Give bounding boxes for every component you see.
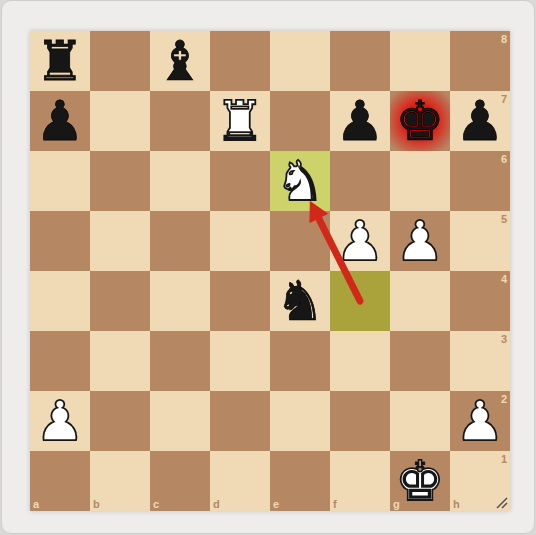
square-e6[interactable]: ♞: [270, 151, 330, 211]
square-c7[interactable]: [150, 91, 210, 151]
file-label-a: a: [33, 498, 39, 510]
file-label-d: d: [213, 498, 220, 510]
square-a1[interactable]: a: [30, 451, 90, 511]
square-d5[interactable]: [210, 211, 270, 271]
square-g8[interactable]: [390, 31, 450, 91]
square-b6[interactable]: [90, 151, 150, 211]
square-e7[interactable]: [270, 91, 330, 151]
rank-label-8: 8: [501, 33, 507, 45]
square-h6[interactable]: 6: [450, 151, 510, 211]
piece-black-rook-a8[interactable]: ♜: [30, 31, 90, 91]
piece-white-pawn-f5[interactable]: ♟: [330, 211, 390, 271]
square-h8[interactable]: 8: [450, 31, 510, 91]
piece-black-bishop-c8[interactable]: ♝: [150, 31, 210, 91]
rank-label-3: 3: [501, 333, 507, 345]
square-f8[interactable]: [330, 31, 390, 91]
piece-white-king-g1[interactable]: ♚: [390, 451, 450, 511]
piece-white-pawn-h2[interactable]: ♟: [450, 391, 510, 451]
square-h3[interactable]: 3: [450, 331, 510, 391]
square-c1[interactable]: c: [150, 451, 210, 511]
square-b5[interactable]: [90, 211, 150, 271]
square-g1[interactable]: g♚: [390, 451, 450, 511]
square-h5[interactable]: 5: [450, 211, 510, 271]
piece-black-king-g7[interactable]: ♚: [390, 91, 450, 151]
square-d4[interactable]: [210, 271, 270, 331]
square-h4[interactable]: 4: [450, 271, 510, 331]
square-f6[interactable]: [330, 151, 390, 211]
square-d1[interactable]: d: [210, 451, 270, 511]
square-a5[interactable]: [30, 211, 90, 271]
square-c2[interactable]: [150, 391, 210, 451]
square-g4[interactable]: [390, 271, 450, 331]
square-e4[interactable]: ♞: [270, 271, 330, 331]
square-a8[interactable]: ♜: [30, 31, 90, 91]
square-g3[interactable]: [390, 331, 450, 391]
square-e1[interactable]: e: [270, 451, 330, 511]
board-resize-handle-icon[interactable]: [495, 496, 509, 510]
square-c8[interactable]: ♝: [150, 31, 210, 91]
piece-white-pawn-g5[interactable]: ♟: [390, 211, 450, 271]
square-g2[interactable]: [390, 391, 450, 451]
file-label-e: e: [273, 498, 279, 510]
square-f5[interactable]: ♟: [330, 211, 390, 271]
square-g5[interactable]: ♟: [390, 211, 450, 271]
square-a2[interactable]: ♟: [30, 391, 90, 451]
rank-label-4: 4: [501, 273, 507, 285]
chess-board: ♜♝8♟♜♟♚7♟♞6♟♟5♞43♟2♟abcdefg♚1h: [30, 31, 510, 511]
square-a3[interactable]: [30, 331, 90, 391]
square-d2[interactable]: [210, 391, 270, 451]
square-c3[interactable]: [150, 331, 210, 391]
file-label-h: h: [453, 498, 460, 510]
square-c4[interactable]: [150, 271, 210, 331]
piece-black-pawn-h7[interactable]: ♟: [450, 91, 510, 151]
square-a6[interactable]: [30, 151, 90, 211]
square-b8[interactable]: [90, 31, 150, 91]
square-f7[interactable]: ♟: [330, 91, 390, 151]
square-h7[interactable]: 7♟: [450, 91, 510, 151]
square-b4[interactable]: [90, 271, 150, 331]
piece-black-pawn-a7[interactable]: ♟: [30, 91, 90, 151]
rank-label-1: 1: [501, 453, 507, 465]
square-e8[interactable]: [270, 31, 330, 91]
file-label-c: c: [153, 498, 159, 510]
piece-white-pawn-a2[interactable]: ♟: [30, 391, 90, 451]
square-d3[interactable]: [210, 331, 270, 391]
square-f2[interactable]: [330, 391, 390, 451]
square-c5[interactable]: [150, 211, 210, 271]
square-g6[interactable]: [390, 151, 450, 211]
square-g7[interactable]: ♚: [390, 91, 450, 151]
square-d7[interactable]: ♜: [210, 91, 270, 151]
square-f4[interactable]: [330, 271, 390, 331]
rank-label-5: 5: [501, 213, 507, 225]
square-b3[interactable]: [90, 331, 150, 391]
square-b2[interactable]: [90, 391, 150, 451]
square-b7[interactable]: [90, 91, 150, 151]
piece-white-knight-e6[interactable]: ♞: [270, 151, 330, 211]
piece-black-knight-e4[interactable]: ♞: [270, 271, 330, 331]
square-d8[interactable]: [210, 31, 270, 91]
square-a7[interactable]: ♟: [30, 91, 90, 151]
square-h1[interactable]: 1h: [450, 451, 510, 511]
square-a4[interactable]: [30, 271, 90, 331]
square-h2[interactable]: 2♟: [450, 391, 510, 451]
square-e5[interactable]: [270, 211, 330, 271]
rank-label-6: 6: [501, 153, 507, 165]
square-d6[interactable]: [210, 151, 270, 211]
square-f1[interactable]: f: [330, 451, 390, 511]
square-b1[interactable]: b: [90, 451, 150, 511]
file-label-f: f: [333, 498, 337, 510]
board-card: ♜♝8♟♜♟♚7♟♞6♟♟5♞43♟2♟abcdefg♚1h: [1, 0, 535, 534]
square-e2[interactable]: [270, 391, 330, 451]
piece-black-pawn-f7[interactable]: ♟: [330, 91, 390, 151]
piece-white-rook-d7[interactable]: ♜: [210, 91, 270, 151]
square-f3[interactable]: [330, 331, 390, 391]
square-e3[interactable]: [270, 331, 330, 391]
square-c6[interactable]: [150, 151, 210, 211]
file-label-b: b: [93, 498, 100, 510]
